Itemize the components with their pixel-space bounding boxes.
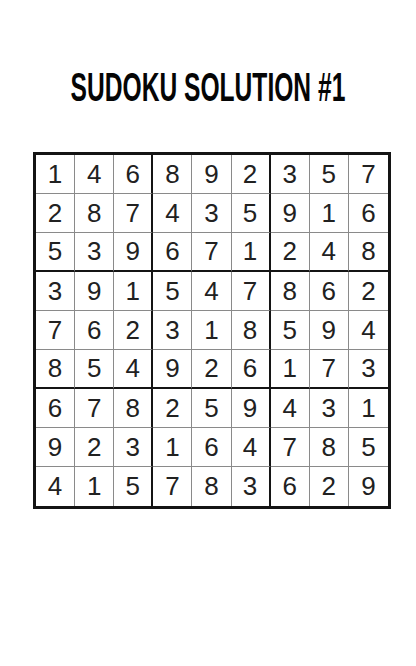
sudoku-cell: 4: [36, 467, 75, 506]
sudoku-cell: 7: [232, 272, 271, 311]
sudoku-cell: 3: [114, 428, 153, 467]
sudoku-cell: 7: [192, 233, 231, 272]
sudoku-cell: 6: [232, 350, 271, 389]
sudoku-cell: 1: [114, 272, 153, 311]
sudoku-cell: 5: [232, 194, 271, 233]
sudoku-cell: 3: [349, 350, 388, 389]
sudoku-cell: 2: [36, 194, 75, 233]
sudoku-cell: 8: [232, 311, 271, 350]
sudoku-cell: 2: [349, 272, 388, 311]
sudoku-cell: 3: [310, 389, 349, 428]
sudoku-cell: 1: [36, 155, 75, 194]
sudoku-cell: 5: [192, 389, 231, 428]
sudoku-cell: 6: [153, 233, 192, 272]
sudoku-cell: 3: [271, 155, 310, 194]
title-container: SUDOKU SOLUTION #1: [0, 61, 416, 113]
sudoku-cell: 5: [310, 155, 349, 194]
sudoku-cell: 9: [114, 233, 153, 272]
sudoku-cell: 4: [192, 272, 231, 311]
sudoku-cell: 6: [271, 467, 310, 506]
sudoku-cell: 4: [232, 428, 271, 467]
sudoku-cell: 9: [192, 155, 231, 194]
sudoku-cell: 9: [75, 272, 114, 311]
sudoku-cell: 7: [75, 389, 114, 428]
sudoku-cell: 3: [36, 272, 75, 311]
sudoku-cell: 2: [232, 155, 271, 194]
sudoku-cell: 2: [192, 350, 231, 389]
sudoku-cell: 8: [271, 272, 310, 311]
page-title: SUDOKU SOLUTION #1: [71, 67, 346, 108]
sudoku-cell: 1: [153, 428, 192, 467]
sudoku-cell: 6: [192, 428, 231, 467]
sudoku-cell: 1: [75, 467, 114, 506]
sudoku-cell: 7: [36, 311, 75, 350]
sudoku-cell: 3: [232, 467, 271, 506]
sudoku-cell: 7: [310, 350, 349, 389]
sudoku-cell: 9: [310, 311, 349, 350]
sudoku-cell: 7: [271, 428, 310, 467]
sudoku-cell: 9: [232, 389, 271, 428]
sudoku-cell: 4: [271, 389, 310, 428]
sudoku-cell: 1: [192, 311, 231, 350]
sudoku-cell: 9: [349, 467, 388, 506]
sudoku-cell: 2: [271, 233, 310, 272]
sudoku-board: 1468923572874359165396712483915478627623…: [33, 152, 391, 509]
sudoku-cell: 8: [192, 467, 231, 506]
sudoku-cell: 8: [75, 194, 114, 233]
sudoku-cell: 6: [36, 389, 75, 428]
sudoku-cell: 2: [153, 389, 192, 428]
sudoku-cell: 8: [114, 389, 153, 428]
sudoku-cell: 4: [349, 311, 388, 350]
sudoku-cell: 1: [310, 194, 349, 233]
sudoku-cell: 4: [310, 233, 349, 272]
sudoku-cell: 9: [153, 350, 192, 389]
sudoku-cell: 6: [310, 272, 349, 311]
sudoku-cell: 8: [349, 233, 388, 272]
sudoku-cell: 1: [349, 389, 388, 428]
sudoku-cell: 2: [75, 428, 114, 467]
sudoku-cell: 1: [271, 350, 310, 389]
sudoku-cell: 1: [232, 233, 271, 272]
sudoku-cell: 3: [75, 233, 114, 272]
sudoku-cell: 2: [114, 311, 153, 350]
sudoku-cell: 4: [153, 194, 192, 233]
sudoku-solution-page: SUDOKU SOLUTION #1 146892357287435916539…: [0, 0, 416, 666]
sudoku-cell: 4: [75, 155, 114, 194]
sudoku-cell: 8: [153, 155, 192, 194]
sudoku-cell: 5: [271, 311, 310, 350]
sudoku-cell: 5: [75, 350, 114, 389]
sudoku-cell: 4: [114, 350, 153, 389]
sudoku-cell: 3: [153, 311, 192, 350]
sudoku-cell: 5: [114, 467, 153, 506]
sudoku-cell: 5: [349, 428, 388, 467]
sudoku-cell: 2: [310, 467, 349, 506]
sudoku-cell: 7: [114, 194, 153, 233]
sudoku-cell: 8: [36, 350, 75, 389]
sudoku-cell: 6: [349, 194, 388, 233]
sudoku-cell: 5: [36, 233, 75, 272]
sudoku-cell: 5: [153, 272, 192, 311]
sudoku-cell: 3: [192, 194, 231, 233]
sudoku-cell: 6: [75, 311, 114, 350]
sudoku-cell: 9: [36, 428, 75, 467]
sudoku-cell: 7: [153, 467, 192, 506]
sudoku-cell: 6: [114, 155, 153, 194]
sudoku-cell: 8: [310, 428, 349, 467]
sudoku-cell: 9: [271, 194, 310, 233]
sudoku-cell: 7: [349, 155, 388, 194]
